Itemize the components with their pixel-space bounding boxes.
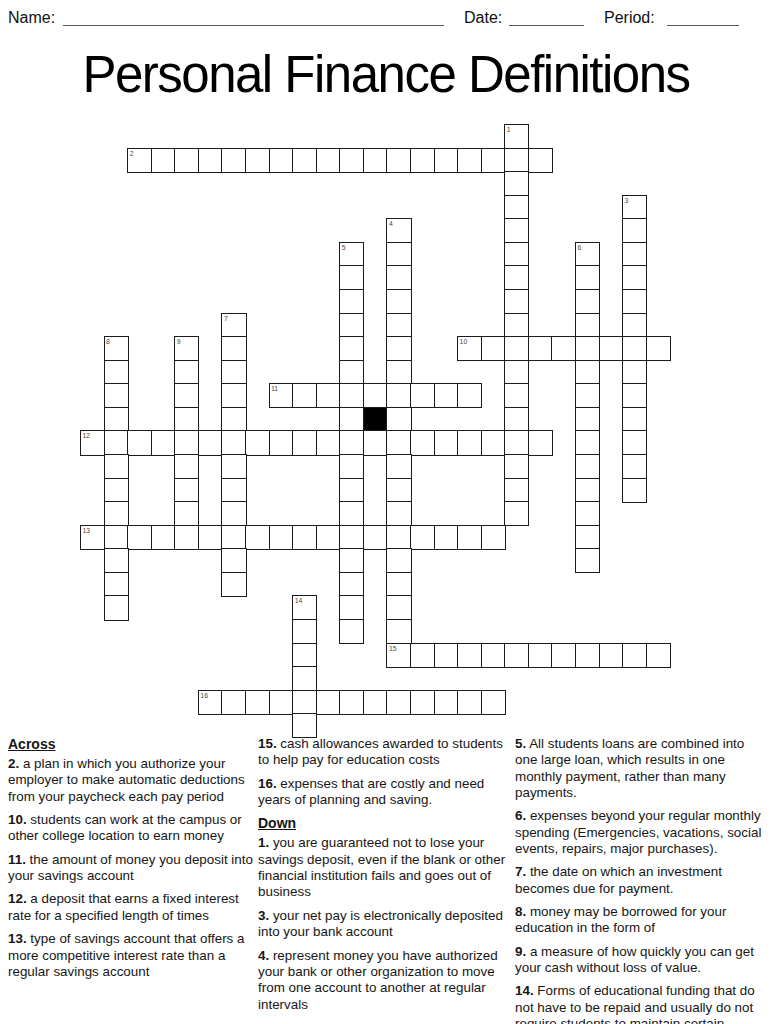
clue-7: 7. the date on which an investment becom…	[515, 864, 767, 897]
clue-6: 6. expenses beyond your regular monthly …	[515, 808, 767, 857]
cell-r13c23[interactable]	[622, 430, 647, 455]
clue-column-middle: 15. cash allowances awarded to students …	[258, 736, 508, 1020]
cell-r15c6[interactable]	[221, 478, 246, 503]
cell-r5c11[interactable]	[339, 242, 364, 267]
cell-r13c9[interactable]	[292, 430, 317, 455]
cell-r5c23[interactable]	[622, 242, 647, 267]
cell-r22c20[interactable]	[551, 643, 576, 668]
clue-15: 15. cash allowances awarded to students …	[258, 736, 508, 769]
cell-r25c9[interactable]	[292, 713, 317, 738]
cell-r12c6[interactable]	[221, 407, 246, 432]
cell-r14c1[interactable]	[104, 454, 129, 479]
cell-r12c1[interactable]	[104, 407, 129, 432]
cell-r13c16[interactable]	[457, 430, 482, 455]
worksheet-page: Name: Date: Period: Personal Finance Def…	[0, 0, 772, 1024]
cell-r17c10[interactable]	[316, 525, 341, 550]
cell-r22c16[interactable]	[457, 643, 482, 668]
cell-r19c1[interactable]	[104, 572, 129, 597]
cell-r1c14[interactable]	[410, 148, 435, 173]
cell-r24c11[interactable]	[339, 690, 364, 715]
cell-r9c24[interactable]	[646, 336, 671, 361]
cell-r11c16[interactable]	[457, 383, 482, 408]
cell-r17c13[interactable]	[386, 525, 411, 550]
cell-r24c15[interactable]	[434, 690, 459, 715]
date-blank-line[interactable]	[509, 10, 584, 26]
cell-r15c4[interactable]	[174, 478, 199, 503]
cell-r1c11[interactable]	[339, 148, 364, 173]
cell-r17c0[interactable]	[80, 525, 105, 550]
cell-r10c23[interactable]	[622, 360, 647, 385]
cell-r24c8[interactable]	[269, 690, 294, 715]
cell-r11c10[interactable]	[316, 383, 341, 408]
cell-r18c1[interactable]	[104, 548, 129, 573]
cell-r10c1[interactable]	[104, 360, 129, 385]
cell-r7c18[interactable]	[504, 289, 529, 314]
cell-r19c13[interactable]	[386, 572, 411, 597]
cell-r17c11[interactable]	[339, 525, 364, 550]
cell-r14c23[interactable]	[622, 454, 647, 479]
cell-r17c1[interactable]	[104, 525, 129, 550]
cell-r16c18[interactable]	[504, 501, 529, 526]
cell-r13c17[interactable]	[481, 430, 506, 455]
cell-r11c15[interactable]	[434, 383, 459, 408]
cell-r12c21[interactable]	[575, 407, 600, 432]
cell-r22c9[interactable]	[292, 643, 317, 668]
cell-r11c21[interactable]	[575, 383, 600, 408]
cell-r9c23[interactable]	[622, 336, 647, 361]
cell-r22c23[interactable]	[622, 643, 647, 668]
cell-r0c18[interactable]	[504, 124, 529, 149]
cell-r20c11[interactable]	[339, 595, 364, 620]
cell-r21c11[interactable]	[339, 619, 364, 644]
cell-r24c7[interactable]	[245, 690, 270, 715]
cell-r24c9[interactable]	[292, 690, 317, 715]
cell-r23c9[interactable]	[292, 666, 317, 691]
cell-r17c7[interactable]	[245, 525, 270, 550]
cell-r10c18[interactable]	[504, 360, 529, 385]
cell-r14c11[interactable]	[339, 454, 364, 479]
cell-r9c11[interactable]	[339, 336, 364, 361]
cell-r17c6[interactable]	[221, 525, 246, 550]
cell-r1c9[interactable]	[292, 148, 317, 173]
cell-r15c11[interactable]	[339, 478, 364, 503]
cell-r20c1[interactable]	[104, 595, 129, 620]
cell-r22c22[interactable]	[599, 643, 624, 668]
cell-r12c23[interactable]	[622, 407, 647, 432]
cell-r24c10[interactable]	[316, 690, 341, 715]
cell-r17c17[interactable]	[481, 525, 506, 550]
cell-r9c17[interactable]	[481, 336, 506, 361]
cell-r1c4[interactable]	[174, 148, 199, 173]
cell-r21c9[interactable]	[292, 619, 317, 644]
cell-r9c22[interactable]	[599, 336, 624, 361]
cell-r17c2[interactable]	[127, 525, 152, 550]
cell-r1c3[interactable]	[151, 148, 176, 173]
cell-r13c12[interactable]	[363, 430, 388, 455]
cell-r9c19[interactable]	[528, 336, 553, 361]
cell-r18c11[interactable]	[339, 548, 364, 573]
cell-r13c3[interactable]	[151, 430, 176, 455]
cell-r7c13[interactable]	[386, 289, 411, 314]
cell-r1c15[interactable]	[434, 148, 459, 173]
cell-r1c19[interactable]	[528, 148, 553, 173]
cell-r9c21[interactable]	[575, 336, 600, 361]
cell-r13c6[interactable]	[221, 430, 246, 455]
cell-r16c1[interactable]	[104, 501, 129, 526]
cell-r15c18[interactable]	[504, 478, 529, 503]
cell-r19c11[interactable]	[339, 572, 364, 597]
cell-r11c23[interactable]	[622, 383, 647, 408]
cell-r20c13[interactable]	[386, 595, 411, 620]
cell-r24c14[interactable]	[410, 690, 435, 715]
cell-r14c18[interactable]	[504, 454, 529, 479]
clue-column-down-right: 5. All students loans are combined into …	[515, 736, 767, 1024]
cell-r22c13[interactable]	[386, 643, 411, 668]
date-label: Date:	[464, 9, 502, 27]
cell-r11c13[interactable]	[386, 383, 411, 408]
cell-r17c14[interactable]	[410, 525, 435, 550]
crossword-grid: 12345678910111213141516	[80, 124, 672, 739]
cell-r14c4[interactable]	[174, 454, 199, 479]
cell-r17c15[interactable]	[434, 525, 459, 550]
cell-r11c18[interactable]	[504, 383, 529, 408]
cell-r6c13[interactable]	[386, 265, 411, 290]
cell-r9c18[interactable]	[504, 336, 529, 361]
cell-r1c18[interactable]	[504, 148, 529, 173]
cell-r7c23[interactable]	[622, 289, 647, 314]
cell-r13c21[interactable]	[575, 430, 600, 455]
cell-r12c18[interactable]	[504, 407, 529, 432]
cell-r13c1[interactable]	[104, 430, 129, 455]
name-blank-line[interactable]	[63, 10, 444, 26]
name-label: Name:	[8, 9, 55, 27]
cell-r14c6[interactable]	[221, 454, 246, 479]
cell-r22c19[interactable]	[528, 643, 553, 668]
cell-r17c8[interactable]	[269, 525, 294, 550]
cell-r9c4[interactable]	[174, 336, 199, 361]
cell-r13c15[interactable]	[434, 430, 459, 455]
period-label: Period:	[604, 9, 655, 27]
cell-r22c14[interactable]	[410, 643, 435, 668]
cell-r9c1[interactable]	[104, 336, 129, 361]
cell-r17c9[interactable]	[292, 525, 317, 550]
cell-r24c16[interactable]	[457, 690, 482, 715]
cell-r24c17[interactable]	[481, 690, 506, 715]
clue-4: 4. represent money you have authorized y…	[258, 948, 508, 1013]
cell-r8c18[interactable]	[504, 313, 529, 338]
cell-r15c1[interactable]	[104, 478, 129, 503]
cell-r11c6[interactable]	[221, 383, 246, 408]
cell-r14c21[interactable]	[575, 454, 600, 479]
cell-r14c13[interactable]	[386, 454, 411, 479]
cell-r3c23[interactable]	[622, 195, 647, 220]
clue-column-across: Across2. a plan in which you authorize y…	[8, 736, 253, 987]
cell-r4c23[interactable]	[622, 218, 647, 243]
cell-r13c11[interactable]	[339, 430, 364, 455]
cell-r1c5[interactable]	[198, 148, 223, 173]
cell-r11c9[interactable]	[292, 383, 317, 408]
cell-r12c13[interactable]	[386, 407, 411, 432]
cell-r22c24[interactable]	[646, 643, 671, 668]
cell-r11c1[interactable]	[104, 383, 129, 408]
cell-r10c13[interactable]	[386, 360, 411, 385]
cell-r13c8[interactable]	[269, 430, 294, 455]
cell-r6c21[interactable]	[575, 265, 600, 290]
clue-9: 9. a measure of how quickly you can get …	[515, 944, 767, 977]
cell-r1c8[interactable]	[269, 148, 294, 173]
cell-r11c11[interactable]	[339, 383, 364, 408]
clue-14: 14. Forms of educational funding that do…	[515, 983, 767, 1024]
cell-r18c21[interactable]	[575, 548, 600, 573]
cell-r9c6[interactable]	[221, 336, 246, 361]
cell-r11c14[interactable]	[410, 383, 435, 408]
cell-r16c11[interactable]	[339, 501, 364, 526]
cell-r13c14[interactable]	[410, 430, 435, 455]
cell-r8c21[interactable]	[575, 313, 600, 338]
cell-r13c10[interactable]	[316, 430, 341, 455]
cell-r11c4[interactable]	[174, 383, 199, 408]
cell-r16c13[interactable]	[386, 501, 411, 526]
cell-r4c18[interactable]	[504, 218, 529, 243]
cell-r17c3[interactable]	[151, 525, 176, 550]
cell-r5c13[interactable]	[386, 242, 411, 267]
clue-11: 11. the amount of money you deposit into…	[8, 852, 253, 885]
cell-r1c17[interactable]	[481, 148, 506, 173]
cell-r17c5[interactable]	[198, 525, 223, 550]
cell-r24c6[interactable]	[221, 690, 246, 715]
cell-r17c16[interactable]	[457, 525, 482, 550]
clue-12: 12. a deposit that earns a fixed interes…	[8, 891, 253, 924]
cell-r3c18[interactable]	[504, 195, 529, 220]
cell-r10c4[interactable]	[174, 360, 199, 385]
cell-r17c4[interactable]	[174, 525, 199, 550]
cell-r13c4[interactable]	[174, 430, 199, 455]
cell-r1c12[interactable]	[363, 148, 388, 173]
cell-r7c11[interactable]	[339, 289, 364, 314]
cell-r13c7[interactable]	[245, 430, 270, 455]
cell-r1c16[interactable]	[457, 148, 482, 173]
cell-r6c11[interactable]	[339, 265, 364, 290]
cell-r13c19[interactable]	[528, 430, 553, 455]
cell-r13c0[interactable]	[80, 430, 105, 455]
cell-r5c21[interactable]	[575, 242, 600, 267]
clue-10: 10. students can work at the campus or o…	[8, 812, 253, 845]
clue-5: 5. All students loans are combined into …	[515, 736, 767, 801]
cell-r5c18[interactable]	[504, 242, 529, 267]
cell-r19c6[interactable]	[221, 572, 246, 597]
cell-r16c4[interactable]	[174, 501, 199, 526]
cell-r18c13[interactable]	[386, 548, 411, 573]
cell-r1c7[interactable]	[245, 148, 270, 173]
cell-r9c13[interactable]	[386, 336, 411, 361]
cell-r21c13[interactable]	[386, 619, 411, 644]
cell-r24c13[interactable]	[386, 690, 411, 715]
cell-r7c21[interactable]	[575, 289, 600, 314]
cell-r11c8[interactable]	[269, 383, 294, 408]
cell-r8c6[interactable]	[221, 313, 246, 338]
clues-down-header: Down	[258, 815, 508, 832]
clues-across-header: Across	[8, 736, 253, 753]
clue-3: 3. your net pay is electronically deposi…	[258, 908, 508, 941]
clue-16: 16. expenses that are costly and need ye…	[258, 776, 508, 809]
cell-r4c13[interactable]	[386, 218, 411, 243]
period-blank-line[interactable]	[667, 10, 739, 26]
cell-r1c13[interactable]	[386, 148, 411, 173]
cell-r10c21[interactable]	[575, 360, 600, 385]
cell-r9c16[interactable]	[457, 336, 482, 361]
cell-r6c23[interactable]	[622, 265, 647, 290]
clue-13: 13. type of savings account that offers …	[8, 931, 253, 980]
cell-r9c20[interactable]	[551, 336, 576, 361]
cell-r6c18[interactable]	[504, 265, 529, 290]
cell-r16c6[interactable]	[221, 501, 246, 526]
cell-r13c2[interactable]	[127, 430, 152, 455]
cell-r24c12[interactable]	[363, 690, 388, 715]
cell-r17c21[interactable]	[575, 525, 600, 550]
clue-8: 8. money may be borrowed for your educat…	[515, 904, 767, 937]
cell-r8c13[interactable]	[386, 313, 411, 338]
cell-r22c21[interactable]	[575, 643, 600, 668]
cell-r22c18[interactable]	[504, 643, 529, 668]
cell-r1c2[interactable]	[127, 148, 152, 173]
clue-2: 2. a plan in which you authorize your em…	[8, 756, 253, 805]
cell-r1c10[interactable]	[316, 148, 341, 173]
cell-r15c21[interactable]	[575, 478, 600, 503]
cell-r8c23[interactable]	[622, 313, 647, 338]
page-title: Personal Finance Definitions	[0, 48, 772, 102]
cell-r16c21[interactable]	[575, 501, 600, 526]
black-cell	[363, 407, 388, 432]
cell-r10c6[interactable]	[221, 360, 246, 385]
cell-r22c17[interactable]	[481, 643, 506, 668]
cell-r13c5[interactable]	[198, 430, 223, 455]
cell-r24c5[interactable]	[198, 690, 223, 715]
cell-r2c18[interactable]	[504, 171, 529, 196]
cell-r22c15[interactable]	[434, 643, 459, 668]
cell-r15c23[interactable]	[622, 478, 647, 503]
cell-r12c11[interactable]	[339, 407, 364, 432]
cell-r15c13[interactable]	[386, 478, 411, 503]
cell-r10c11[interactable]	[339, 360, 364, 385]
cell-r11c12[interactable]	[363, 383, 388, 408]
clue-1: 1. you are guaranteed not to lose your s…	[258, 835, 508, 900]
cell-r17c12[interactable]	[363, 525, 388, 550]
cell-r13c18[interactable]	[504, 430, 529, 455]
cell-r8c11[interactable]	[339, 313, 364, 338]
cell-r20c9[interactable]	[292, 595, 317, 620]
cell-r1c6[interactable]	[221, 148, 246, 173]
cell-r13c13[interactable]	[386, 430, 411, 455]
cell-r12c4[interactable]	[174, 407, 199, 432]
cell-r18c6[interactable]	[221, 548, 246, 573]
